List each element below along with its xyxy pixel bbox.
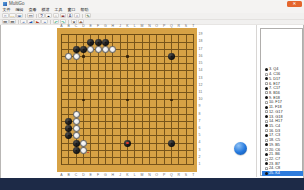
board-cell[interactable] — [69, 86, 76, 93]
board-cell[interactable] — [172, 129, 179, 136]
board-cell[interactable] — [106, 100, 113, 107]
board-cell[interactable] — [113, 108, 120, 115]
board-cell[interactable] — [106, 93, 113, 100]
board-cell[interactable] — [91, 115, 98, 122]
board-cell[interactable] — [172, 151, 179, 158]
board-cell[interactable] — [143, 35, 150, 42]
board-cell[interactable] — [62, 79, 69, 86]
board-cell[interactable] — [128, 79, 135, 86]
board-cell[interactable] — [150, 108, 157, 115]
board-cell[interactable] — [91, 136, 98, 143]
board-cell[interactable] — [62, 64, 69, 71]
board-cell[interactable] — [157, 93, 164, 100]
board-cell[interactable] — [106, 122, 113, 129]
board-cell[interactable] — [187, 129, 194, 136]
board-cell[interactable] — [77, 71, 84, 78]
board-cell[interactable] — [121, 129, 128, 136]
board-cell[interactable] — [135, 108, 142, 115]
board-cell[interactable] — [135, 57, 142, 64]
board-cell[interactable] — [62, 151, 69, 158]
board-cell[interactable] — [179, 71, 186, 78]
board-cell[interactable] — [179, 122, 186, 129]
board-cell[interactable] — [91, 64, 98, 71]
panel-splitter[interactable] — [256, 25, 257, 177]
board-cell[interactable] — [84, 108, 91, 115]
board-cell[interactable] — [165, 79, 172, 86]
board-cell[interactable] — [143, 129, 150, 136]
board-cell[interactable] — [143, 64, 150, 71]
board-cell[interactable] — [128, 57, 135, 64]
stone-C16[interactable]: ○ — [73, 53, 80, 60]
board-cell[interactable] — [135, 136, 142, 143]
stone-D3[interactable]: ○ — [80, 147, 87, 154]
save-icon[interactable]: ▣ — [16, 13, 23, 18]
board-cell[interactable] — [106, 108, 113, 115]
board-cell[interactable] — [128, 64, 135, 71]
board-cell[interactable] — [135, 100, 142, 107]
board-cell[interactable] — [157, 136, 164, 143]
board-cell[interactable] — [113, 35, 120, 42]
board-cell[interactable] — [187, 100, 194, 107]
board-cell[interactable] — [187, 35, 194, 42]
board-cell[interactable] — [77, 64, 84, 71]
board-cell[interactable] — [157, 86, 164, 93]
board-cell[interactable] — [91, 71, 98, 78]
board-cell[interactable] — [84, 64, 91, 71]
board-cell[interactable] — [143, 71, 150, 78]
board-cell[interactable] — [113, 158, 120, 165]
board-cell[interactable] — [99, 108, 106, 115]
board-cell[interactable] — [150, 100, 157, 107]
first-move-icon[interactable]: « — [20, 19, 27, 24]
mark-tool-icon[interactable]: ◉ — [60, 13, 67, 18]
board-cell[interactable] — [135, 64, 142, 71]
board-cell[interactable] — [150, 144, 157, 151]
board-cell[interactable] — [91, 151, 98, 158]
board-cell[interactable] — [187, 158, 194, 165]
board-cell[interactable] — [179, 158, 186, 165]
board-cell[interactable] — [106, 115, 113, 122]
board-cell[interactable] — [99, 100, 106, 107]
board-cell[interactable] — [128, 151, 135, 158]
board-cell[interactable] — [157, 43, 164, 50]
board-cell[interactable] — [157, 79, 164, 86]
board-cell[interactable] — [99, 144, 106, 151]
board-cell[interactable] — [99, 151, 106, 158]
board-cell[interactable] — [91, 86, 98, 93]
print-icon[interactable]: ▤ — [27, 13, 34, 18]
board-cell[interactable] — [135, 35, 142, 42]
board-cell[interactable] — [172, 108, 179, 115]
stone-F17[interactable]: ○ — [95, 46, 102, 53]
board-cell[interactable] — [150, 158, 157, 165]
board-cell[interactable] — [172, 35, 179, 42]
board-cell[interactable] — [135, 50, 142, 57]
board-cell[interactable] — [113, 129, 120, 136]
board-cell[interactable] — [121, 79, 128, 86]
board-cell[interactable] — [157, 50, 164, 57]
board-cell[interactable] — [179, 64, 186, 71]
board-cell[interactable] — [150, 122, 157, 129]
stone-D4[interactable]: ○ — [80, 140, 87, 147]
board-cell[interactable] — [69, 35, 76, 42]
stone-D17[interactable]: ● — [80, 46, 87, 53]
board-cell[interactable] — [69, 79, 76, 86]
board-cell[interactable] — [128, 50, 135, 57]
board-cell[interactable] — [91, 100, 98, 107]
board-cell[interactable] — [106, 136, 113, 143]
board-cell[interactable] — [143, 108, 150, 115]
board-cell[interactable] — [172, 158, 179, 165]
board-cell[interactable] — [157, 35, 164, 42]
stone-G18[interactable]: ● — [102, 39, 109, 46]
board-cell[interactable] — [179, 86, 186, 93]
board-cell[interactable] — [179, 79, 186, 86]
board-cell[interactable] — [172, 64, 179, 71]
board-cell[interactable] — [135, 129, 142, 136]
board-cell[interactable] — [150, 43, 157, 50]
stone-C6[interactable]: ○ — [73, 125, 80, 132]
board-cell[interactable] — [113, 144, 120, 151]
black-stone-tool-icon[interactable]: ● — [45, 13, 52, 18]
board-cell[interactable] — [179, 129, 186, 136]
board-cell[interactable] — [172, 86, 179, 93]
board-cell[interactable] — [84, 158, 91, 165]
board-cell[interactable] — [187, 71, 194, 78]
board-cell[interactable] — [187, 86, 194, 93]
board-cell[interactable] — [187, 136, 194, 143]
board-cell[interactable] — [143, 50, 150, 57]
board-cell[interactable] — [84, 100, 91, 107]
board-cell[interactable] — [165, 129, 172, 136]
board-cell[interactable] — [150, 50, 157, 57]
board-cell[interactable] — [113, 136, 120, 143]
board-cell[interactable] — [84, 129, 91, 136]
board-cell[interactable] — [121, 151, 128, 158]
board-cell[interactable] — [113, 151, 120, 158]
board-cell[interactable] — [62, 100, 69, 107]
board-cell[interactable] — [143, 122, 150, 129]
stone-C8[interactable]: ○ — [73, 111, 80, 118]
board-cell[interactable] — [143, 144, 150, 151]
board-cell[interactable] — [179, 144, 186, 151]
board-cell[interactable] — [172, 100, 179, 107]
board-cell[interactable] — [150, 93, 157, 100]
board-cell[interactable] — [143, 57, 150, 64]
board-cell[interactable] — [69, 158, 76, 165]
board-cell[interactable] — [135, 79, 142, 86]
board-cell[interactable] — [143, 100, 150, 107]
board-cell[interactable] — [77, 86, 84, 93]
board-cell[interactable] — [62, 158, 69, 165]
board-cell[interactable] — [91, 122, 98, 129]
board-cell[interactable] — [187, 43, 194, 50]
board-cell[interactable] — [165, 158, 172, 165]
board-cell[interactable] — [99, 129, 106, 136]
board-cell[interactable] — [143, 158, 150, 165]
stone-F18[interactable]: ● — [95, 39, 102, 46]
board-cell[interactable] — [157, 129, 164, 136]
board-cell[interactable] — [99, 71, 106, 78]
board-cell[interactable] — [179, 50, 186, 57]
board-cell[interactable] — [143, 93, 150, 100]
board-cell[interactable] — [121, 57, 128, 64]
board-cell[interactable] — [187, 144, 194, 151]
board-cell[interactable] — [106, 151, 113, 158]
board-cell[interactable] — [179, 93, 186, 100]
board-cell[interactable] — [84, 115, 91, 122]
board-cell[interactable] — [113, 71, 120, 78]
board-cell[interactable] — [99, 136, 106, 143]
board-cell[interactable] — [99, 115, 106, 122]
board-cell[interactable] — [187, 64, 194, 71]
triangle-tool-icon[interactable]: △ — [74, 13, 81, 18]
stone-Q16[interactable]: ● — [168, 53, 175, 60]
board-cell[interactable] — [187, 151, 194, 158]
board-cell[interactable] — [172, 115, 179, 122]
board-cell[interactable] — [143, 86, 150, 93]
board-cell[interactable] — [143, 136, 150, 143]
board-cell[interactable] — [143, 151, 150, 158]
next-move-icon[interactable]: ▶ — [34, 19, 41, 24]
board-cell[interactable] — [187, 115, 194, 122]
board-cell[interactable] — [187, 122, 194, 129]
board-cell[interactable] — [135, 93, 142, 100]
board-cell[interactable] — [113, 86, 120, 93]
board-cell[interactable] — [187, 93, 194, 100]
board-cell[interactable] — [157, 151, 164, 158]
board-cell[interactable] — [69, 93, 76, 100]
board-cell[interactable] — [91, 144, 98, 151]
board-cell[interactable] — [157, 64, 164, 71]
board-cell[interactable] — [157, 158, 164, 165]
board-cell[interactable] — [106, 79, 113, 86]
board-cell[interactable] — [91, 93, 98, 100]
board-cell[interactable] — [113, 100, 120, 107]
board-cell[interactable] — [99, 79, 106, 86]
close-button[interactable]: ✕ — [287, 1, 302, 7]
board-cell[interactable] — [84, 57, 91, 64]
board-cell[interactable] — [165, 35, 172, 42]
board-cell[interactable] — [113, 93, 120, 100]
board-cell[interactable] — [179, 100, 186, 107]
open-file-icon[interactable]: ▭ — [9, 13, 16, 18]
board-cell[interactable] — [135, 43, 142, 50]
board-cell[interactable] — [150, 129, 157, 136]
board-cell[interactable] — [99, 158, 106, 165]
board-cell[interactable] — [135, 71, 142, 78]
board-cell[interactable] — [179, 57, 186, 64]
board-cell[interactable] — [99, 86, 106, 93]
board-cell[interactable] — [179, 35, 186, 42]
board-cell[interactable] — [172, 43, 179, 50]
board-cell[interactable] — [165, 100, 172, 107]
board-cell[interactable] — [157, 144, 164, 151]
help-icon[interactable]: ? — [38, 13, 45, 18]
board-cell[interactable] — [62, 93, 69, 100]
board-cell[interactable] — [121, 115, 128, 122]
board-cell[interactable] — [128, 108, 135, 115]
board-cell[interactable] — [157, 57, 164, 64]
board-cell[interactable] — [165, 43, 172, 50]
board-cell[interactable] — [128, 35, 135, 42]
board-cell[interactable] — [113, 115, 120, 122]
board-cell[interactable] — [143, 43, 150, 50]
board-cell[interactable] — [128, 71, 135, 78]
board-cell[interactable] — [150, 64, 157, 71]
board-cell[interactable] — [77, 35, 84, 42]
board-cell[interactable] — [106, 64, 113, 71]
board-cell[interactable] — [113, 79, 120, 86]
board-cell[interactable] — [179, 115, 186, 122]
board-cell[interactable] — [99, 64, 106, 71]
board-cell[interactable] — [165, 122, 172, 129]
stone-C7[interactable]: ○ — [73, 118, 80, 125]
board-cell[interactable] — [165, 86, 172, 93]
board-cell[interactable] — [128, 158, 135, 165]
board-cell[interactable] — [106, 71, 113, 78]
stone-C4[interactable]: ● — [73, 140, 80, 147]
board-cell[interactable] — [128, 93, 135, 100]
board-cell[interactable] — [77, 100, 84, 107]
board-cell[interactable] — [99, 57, 106, 64]
board-cell[interactable] — [143, 79, 150, 86]
board-cell[interactable] — [165, 108, 172, 115]
board-cell[interactable] — [187, 50, 194, 57]
board-cell[interactable] — [128, 100, 135, 107]
tree-view-icon[interactable]: ▩ — [9, 19, 16, 24]
stone-C3[interactable]: ● — [73, 147, 80, 154]
board-cell[interactable] — [135, 86, 142, 93]
board-cell[interactable] — [106, 158, 113, 165]
board-cell[interactable] — [143, 115, 150, 122]
move-list-item[interactable]: 25. K4 — [262, 171, 303, 176]
board-cell[interactable] — [128, 115, 135, 122]
board-cell[interactable] — [113, 64, 120, 71]
board-cell[interactable] — [91, 79, 98, 86]
board-cell[interactable] — [150, 136, 157, 143]
board-cell[interactable] — [121, 43, 128, 50]
board-cell[interactable] — [165, 71, 172, 78]
board-cell[interactable] — [121, 158, 128, 165]
board-cell[interactable] — [135, 115, 142, 122]
board-cell[interactable] — [165, 115, 172, 122]
board-cell[interactable] — [121, 64, 128, 71]
board-cell[interactable] — [135, 144, 142, 151]
board-cell[interactable] — [91, 108, 98, 115]
board-cell[interactable] — [106, 144, 113, 151]
board-cell[interactable] — [121, 100, 128, 107]
goban[interactable]: ●●●●●○○○○○○●○●○●○●○●○●●●○ — [57, 28, 197, 172]
board-cell[interactable] — [121, 108, 128, 115]
board-cell[interactable] — [106, 129, 113, 136]
board-cell[interactable] — [135, 122, 142, 129]
board-cell[interactable] — [62, 71, 69, 78]
board-cell[interactable] — [91, 129, 98, 136]
board-cell[interactable] — [150, 71, 157, 78]
board-cell[interactable] — [157, 115, 164, 122]
move-list[interactable]: 3. Q44. C165. D176. E177. C178. B169. E1… — [262, 67, 303, 176]
board-cell[interactable] — [121, 122, 128, 129]
board-cell[interactable] — [150, 35, 157, 42]
board-cell[interactable] — [77, 158, 84, 165]
board-cell[interactable] — [187, 79, 194, 86]
board-cell[interactable] — [128, 129, 135, 136]
stone-G17[interactable]: ○ — [102, 46, 109, 53]
board-cell[interactable] — [77, 79, 84, 86]
board-cell[interactable] — [113, 57, 120, 64]
board-cell[interactable] — [172, 93, 179, 100]
board-cell[interactable] — [150, 79, 157, 86]
board-cell[interactable] — [135, 151, 142, 158]
board-cell[interactable] — [69, 100, 76, 107]
board-cell[interactable] — [84, 86, 91, 93]
stone-Q4[interactable]: ● — [168, 140, 175, 147]
board-cell[interactable] — [99, 93, 106, 100]
board-cell[interactable] — [84, 93, 91, 100]
board-cell[interactable] — [157, 108, 164, 115]
board-cell[interactable] — [69, 64, 76, 71]
edit-tool-icon[interactable]: ✎ — [85, 13, 92, 18]
board-cell[interactable] — [150, 115, 157, 122]
label-tool-icon[interactable]: A — [67, 13, 74, 18]
board-cell[interactable] — [179, 43, 186, 50]
board-cell[interactable] — [187, 108, 194, 115]
board-cell[interactable] — [157, 122, 164, 129]
board-cell[interactable] — [121, 86, 128, 93]
last-move-icon[interactable]: » — [41, 19, 48, 24]
board-cell[interactable] — [69, 71, 76, 78]
stone-C17[interactable]: ● — [73, 46, 80, 53]
board-cell[interactable] — [165, 64, 172, 71]
board-cell[interactable] — [150, 86, 157, 93]
board-cell[interactable] — [113, 122, 120, 129]
board-cell[interactable] — [84, 71, 91, 78]
board-cell[interactable] — [135, 158, 142, 165]
board-cell[interactable] — [121, 71, 128, 78]
board-cell[interactable] — [157, 71, 164, 78]
board-cell[interactable] — [172, 79, 179, 86]
board-cell[interactable] — [128, 86, 135, 93]
new-file-icon[interactable]: ▯ — [2, 13, 9, 18]
board-cell[interactable] — [128, 122, 135, 129]
board-cell[interactable] — [62, 35, 69, 42]
board-cell[interactable] — [62, 108, 69, 115]
board-cell[interactable] — [179, 151, 186, 158]
board-cell[interactable] — [62, 43, 69, 50]
board-cell[interactable] — [187, 57, 194, 64]
board-cell[interactable] — [106, 86, 113, 93]
board-cell[interactable] — [165, 151, 172, 158]
white-stone-tool-icon[interactable]: ○ — [53, 13, 60, 18]
board-cell[interactable] — [172, 122, 179, 129]
floating-assistant-button[interactable] — [234, 142, 247, 155]
board-view-icon[interactable]: ▦ — [2, 19, 9, 24]
board-cell[interactable] — [179, 108, 186, 115]
board-cell[interactable] — [106, 57, 113, 64]
board-cell[interactable] — [121, 35, 128, 42]
board-cell[interactable] — [91, 57, 98, 64]
board-cell[interactable] — [99, 122, 106, 129]
board-cell[interactable] — [62, 86, 69, 93]
board-cell[interactable] — [179, 136, 186, 143]
prev-move-icon[interactable]: ◀ — [27, 19, 34, 24]
board-cell[interactable] — [157, 100, 164, 107]
board-cell[interactable] — [91, 158, 98, 165]
board-cell[interactable] — [84, 79, 91, 86]
board-cell[interactable] — [172, 71, 179, 78]
board-cell[interactable] — [150, 57, 157, 64]
